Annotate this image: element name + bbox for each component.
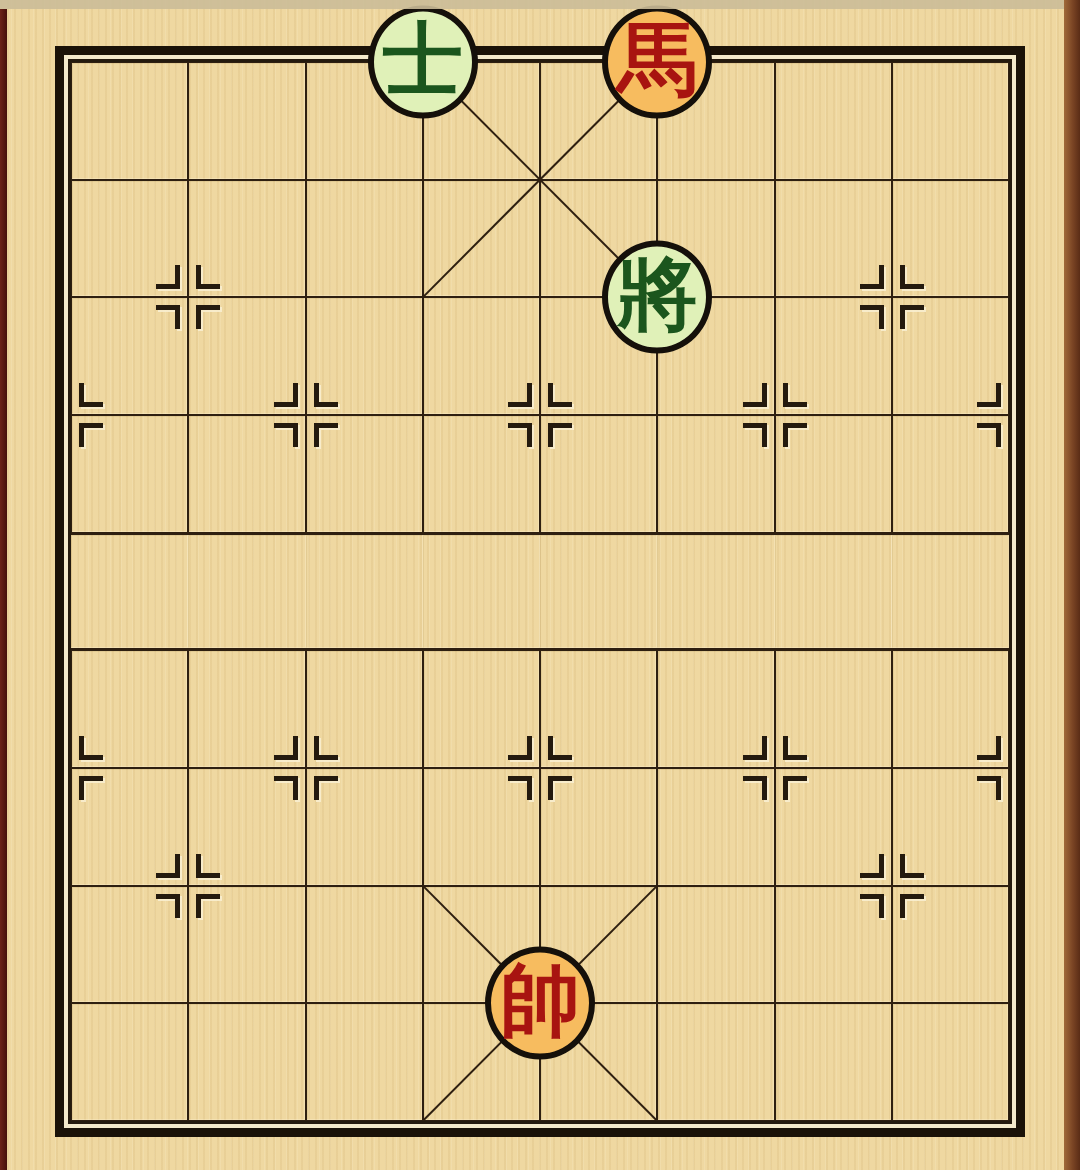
board-inner-edge: 士馬將帥	[64, 55, 1016, 1128]
point-marker-corner	[156, 265, 180, 289]
point-marker-corner	[783, 776, 807, 800]
point-marker-corner	[314, 736, 338, 760]
point-marker-corner	[548, 736, 572, 760]
piece-character: 馬	[617, 19, 697, 99]
point-marker-corner	[900, 265, 924, 289]
point-marker-corner	[79, 423, 103, 447]
point-marker-corner	[79, 736, 103, 760]
point-marker-corner	[977, 736, 1001, 760]
point-marker-corner	[860, 894, 884, 918]
point-marker-corner	[860, 265, 884, 289]
point-marker-corner	[900, 894, 924, 918]
window-frame-right	[1064, 0, 1080, 1170]
xiangqi-app-window: 士馬將帥	[0, 0, 1080, 1170]
point-marker-corner	[274, 776, 298, 800]
point-marker-corner	[977, 423, 1001, 447]
point-marker-corner	[156, 894, 180, 918]
point-marker-corner	[548, 383, 572, 407]
point-marker-corner	[508, 423, 532, 447]
red-general[interactable]: 帥	[485, 947, 595, 1060]
point-marker-corner	[977, 383, 1001, 407]
point-marker-corner	[900, 305, 924, 329]
board-grid: 士馬將帥	[68, 59, 1012, 1124]
piece-character: 帥	[500, 960, 580, 1040]
point-marker-corner	[783, 736, 807, 760]
point-marker-corner	[860, 854, 884, 878]
point-marker-corner	[860, 305, 884, 329]
point-marker-corner	[79, 383, 103, 407]
black-advisor[interactable]: 士	[368, 6, 478, 119]
point-marker-corner	[743, 423, 767, 447]
point-marker-corner	[977, 776, 1001, 800]
point-marker-corner	[783, 423, 807, 447]
point-marker-corner	[314, 383, 338, 407]
point-marker-corner	[508, 383, 532, 407]
point-marker-corner	[548, 423, 572, 447]
piece-character: 將	[617, 254, 697, 334]
point-marker-corner	[196, 894, 220, 918]
point-marker-corner	[274, 423, 298, 447]
red-horse[interactable]: 馬	[602, 6, 712, 119]
point-marker-corner	[196, 305, 220, 329]
window-frame-top	[0, 0, 1080, 9]
point-marker-corner	[196, 854, 220, 878]
point-marker-corner	[743, 736, 767, 760]
point-marker-corner	[548, 776, 572, 800]
xiangqi-board: 士馬將帥	[55, 46, 1025, 1137]
point-marker-corner	[156, 305, 180, 329]
point-marker-corner	[508, 776, 532, 800]
point-marker-corner	[900, 854, 924, 878]
point-marker-corner	[274, 736, 298, 760]
point-marker-corner	[314, 423, 338, 447]
point-marker-corner	[743, 776, 767, 800]
piece-character: 士	[383, 19, 463, 99]
window-frame-left	[0, 9, 7, 1170]
point-marker-corner	[783, 383, 807, 407]
point-marker-corner	[79, 776, 103, 800]
point-marker-corner	[743, 383, 767, 407]
point-marker-corner	[508, 736, 532, 760]
point-marker-corner	[314, 776, 338, 800]
point-marker-corner	[196, 265, 220, 289]
point-marker-corner	[274, 383, 298, 407]
point-marker-corner	[156, 854, 180, 878]
black-general[interactable]: 將	[602, 241, 712, 354]
